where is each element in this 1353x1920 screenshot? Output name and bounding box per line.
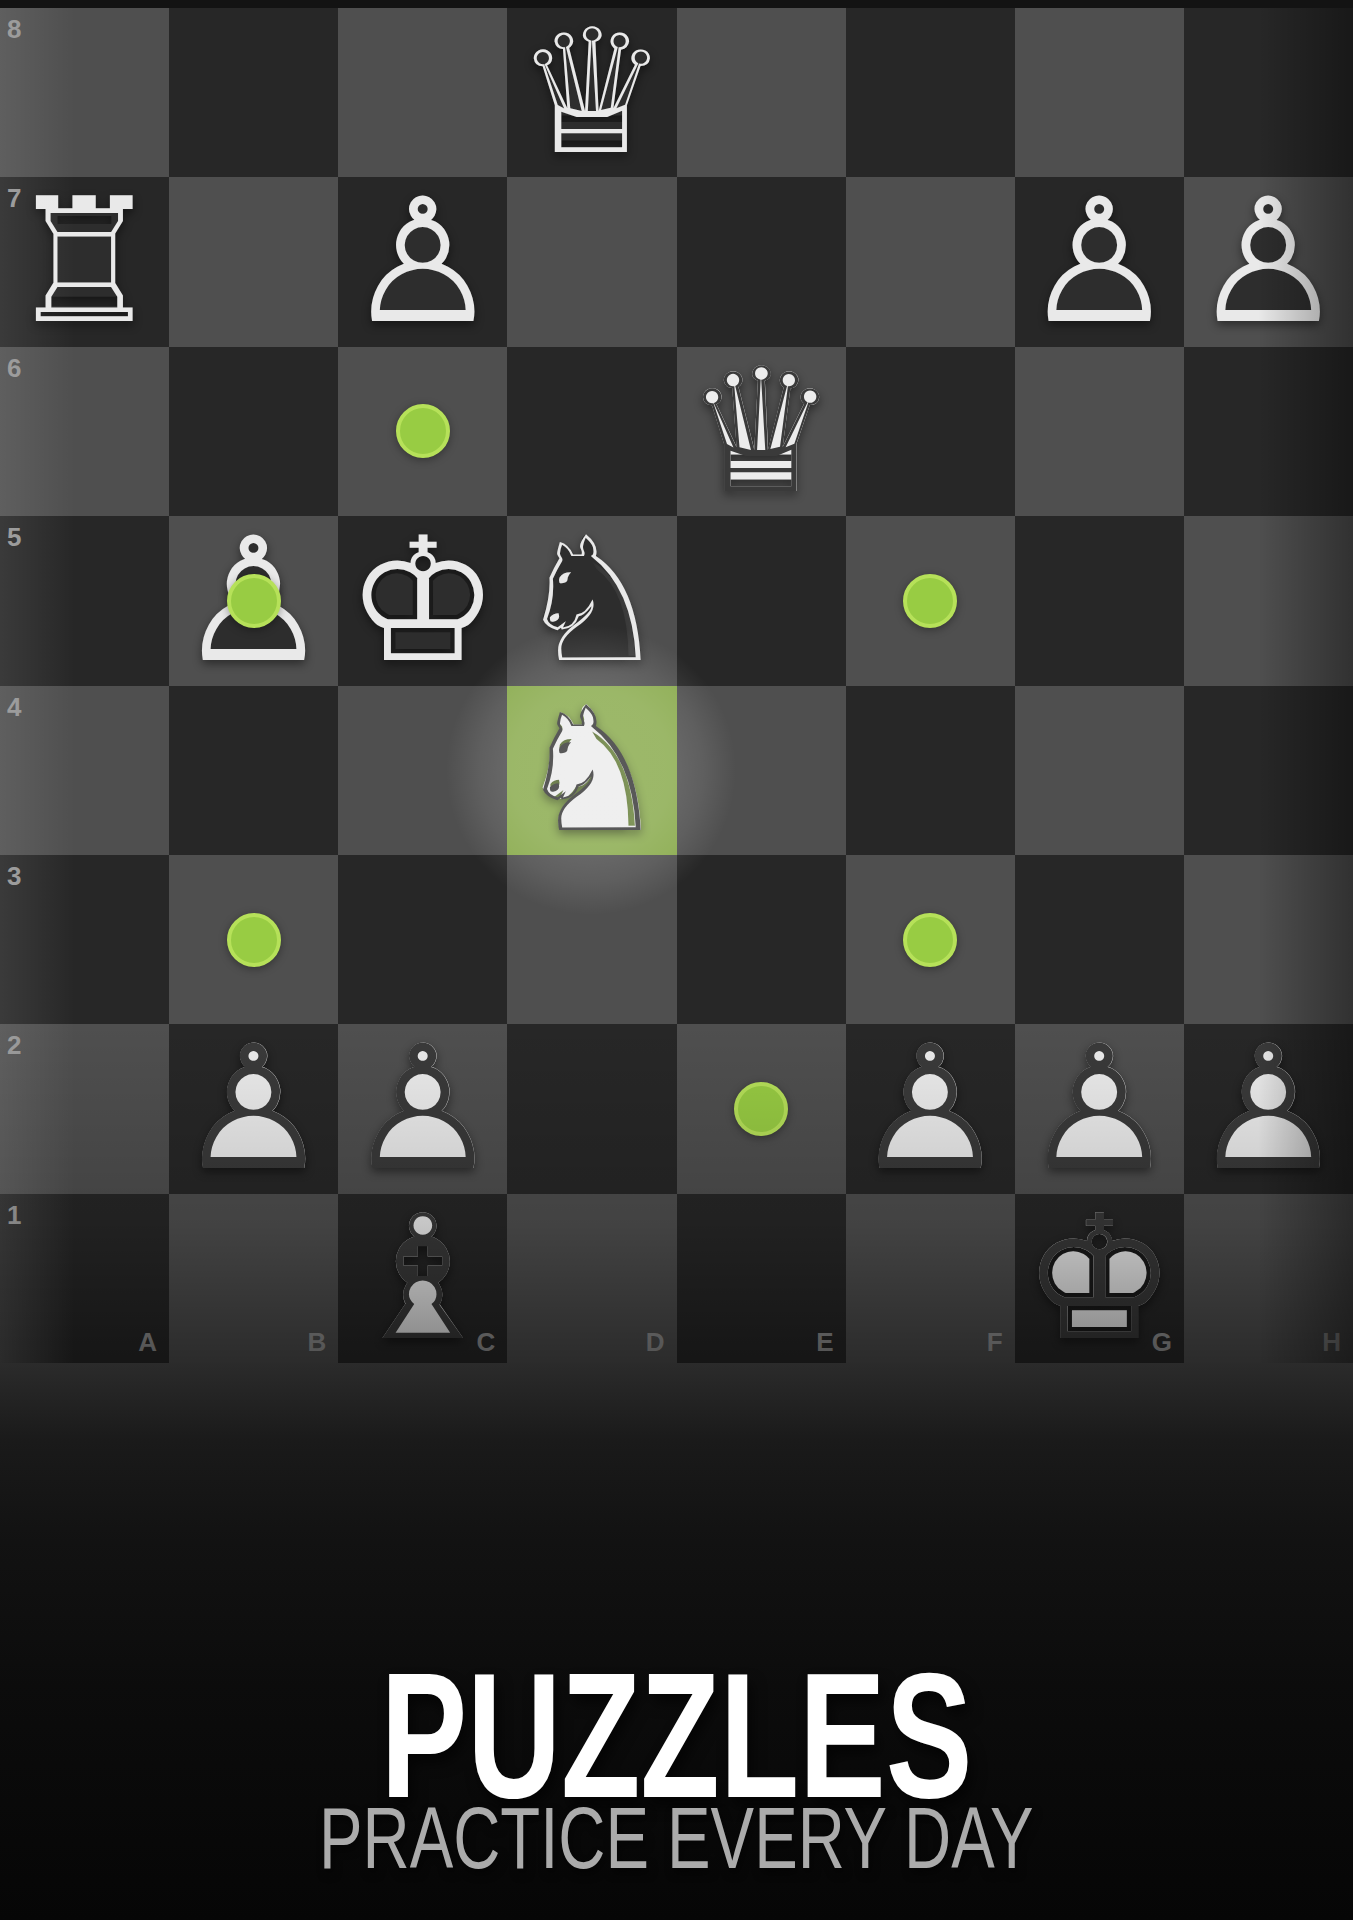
square-a8[interactable]: 8 bbox=[0, 8, 169, 177]
square-b5[interactable]: ♟♙ bbox=[169, 516, 338, 685]
square-h4[interactable] bbox=[1184, 686, 1353, 855]
square-g1[interactable]: ♚♔G bbox=[1015, 1194, 1184, 1363]
legal-move-dot-f3[interactable] bbox=[903, 913, 957, 967]
square-c4[interactable] bbox=[338, 686, 507, 855]
square-g6[interactable] bbox=[1015, 347, 1184, 516]
piece-black-pawn[interactable]: ♟♙ bbox=[338, 177, 507, 346]
square-f4[interactable] bbox=[846, 686, 1015, 855]
square-h5[interactable] bbox=[1184, 516, 1353, 685]
piece-white-pawn[interactable]: ♟♙ bbox=[338, 1024, 507, 1193]
piece-outline: ♙ bbox=[1015, 177, 1184, 346]
piece-white-pawn[interactable]: ♟♙ bbox=[1015, 1024, 1184, 1193]
rank-label-5: 5 bbox=[7, 522, 21, 553]
square-d5[interactable]: ♞♘ bbox=[507, 516, 676, 685]
piece-black-queen[interactable]: ♛♕ bbox=[507, 8, 676, 177]
square-f5[interactable] bbox=[846, 516, 1015, 685]
legal-move-dot-f5[interactable] bbox=[903, 574, 957, 628]
piece-white-knight[interactable]: ♞♘ bbox=[507, 686, 676, 855]
legal-move-dot-c6[interactable] bbox=[396, 404, 450, 458]
square-b7[interactable] bbox=[169, 177, 338, 346]
puzzles-promo-screen: { "game": "chess", "position": { "fen": … bbox=[0, 0, 1353, 1920]
square-d3[interactable] bbox=[507, 855, 676, 1024]
square-b1[interactable]: B bbox=[169, 1194, 338, 1363]
file-label-a: A bbox=[138, 1327, 157, 1358]
square-g5[interactable] bbox=[1015, 516, 1184, 685]
rank-label-3: 3 bbox=[7, 861, 21, 892]
banner-subtitle-text: PRACTICE EVERY DAY bbox=[319, 1794, 1033, 1881]
file-label-b: B bbox=[307, 1327, 326, 1358]
square-d4[interactable]: ♞♘ bbox=[507, 686, 676, 855]
square-e5[interactable] bbox=[677, 516, 846, 685]
file-label-e: E bbox=[816, 1327, 833, 1358]
piece-outline: ♔ bbox=[1015, 1194, 1184, 1363]
square-c6[interactable] bbox=[338, 347, 507, 516]
square-d6[interactable] bbox=[507, 347, 676, 516]
square-c2[interactable]: ♟♙ bbox=[338, 1024, 507, 1193]
piece-outline: ♙ bbox=[846, 1024, 1015, 1193]
square-d1[interactable]: D bbox=[507, 1194, 676, 1363]
square-e6[interactable]: ♛♕ bbox=[677, 347, 846, 516]
rank-label-1: 1 bbox=[7, 1200, 21, 1231]
square-b8[interactable] bbox=[169, 8, 338, 177]
legal-move-dot-b5[interactable] bbox=[227, 574, 281, 628]
square-f2[interactable]: ♟♙ bbox=[846, 1024, 1015, 1193]
piece-outline: ♗ bbox=[338, 1194, 507, 1363]
square-a7[interactable]: ♜♖7 bbox=[0, 177, 169, 346]
piece-white-bishop[interactable]: ♝♗ bbox=[338, 1194, 507, 1363]
file-label-h: H bbox=[1322, 1327, 1341, 1358]
piece-outline: ♔ bbox=[338, 516, 507, 685]
piece-outline: ♕ bbox=[677, 347, 846, 516]
square-b4[interactable] bbox=[169, 686, 338, 855]
square-b3[interactable] bbox=[169, 855, 338, 1024]
rank-label-4: 4 bbox=[7, 692, 21, 723]
square-a4[interactable]: 4 bbox=[0, 686, 169, 855]
square-h7[interactable]: ♟♙ bbox=[1184, 177, 1353, 346]
square-b6[interactable] bbox=[169, 347, 338, 516]
square-g7[interactable]: ♟♙ bbox=[1015, 177, 1184, 346]
piece-black-pawn[interactable]: ♟♙ bbox=[1184, 177, 1353, 346]
square-h1[interactable]: H bbox=[1184, 1194, 1353, 1363]
square-e2[interactable] bbox=[677, 1024, 846, 1193]
piece-black-pawn[interactable]: ♟♙ bbox=[1015, 177, 1184, 346]
square-f1[interactable]: F bbox=[846, 1194, 1015, 1363]
square-f6[interactable] bbox=[846, 347, 1015, 516]
square-f7[interactable] bbox=[846, 177, 1015, 346]
piece-outline: ♙ bbox=[1184, 177, 1353, 346]
square-c7[interactable]: ♟♙ bbox=[338, 177, 507, 346]
piece-white-queen[interactable]: ♛♕ bbox=[677, 347, 846, 516]
square-e3[interactable] bbox=[677, 855, 846, 1024]
square-h3[interactable] bbox=[1184, 855, 1353, 1024]
piece-white-king[interactable]: ♚♔ bbox=[1015, 1194, 1184, 1363]
piece-outline: ♙ bbox=[1015, 1024, 1184, 1193]
piece-outline: ♘ bbox=[507, 516, 676, 685]
piece-white-pawn[interactable]: ♟♙ bbox=[1184, 1024, 1353, 1193]
piece-outline: ♙ bbox=[1184, 1024, 1353, 1193]
square-d8[interactable]: ♛♕ bbox=[507, 8, 676, 177]
piece-outline: ♖ bbox=[0, 177, 169, 346]
square-f3[interactable] bbox=[846, 855, 1015, 1024]
piece-outline: ♕ bbox=[507, 8, 676, 177]
square-g3[interactable] bbox=[1015, 855, 1184, 1024]
square-g4[interactable] bbox=[1015, 686, 1184, 855]
file-label-f: F bbox=[987, 1327, 1003, 1358]
square-g2[interactable]: ♟♙ bbox=[1015, 1024, 1184, 1193]
square-e1[interactable]: E bbox=[677, 1194, 846, 1363]
square-h8[interactable] bbox=[1184, 8, 1353, 177]
rank-label-2: 2 bbox=[7, 1030, 21, 1061]
piece-outline: ♘ bbox=[507, 686, 676, 855]
square-e7[interactable] bbox=[677, 177, 846, 346]
banner-subtitle: PRACTICE EVERY DAY bbox=[0, 1794, 1353, 1881]
square-c3[interactable] bbox=[338, 855, 507, 1024]
square-a6[interactable]: 6 bbox=[0, 347, 169, 516]
piece-black-rook[interactable]: ♜♖ bbox=[0, 177, 169, 346]
piece-outline: ♙ bbox=[338, 1024, 507, 1193]
legal-move-dot-e2[interactable] bbox=[734, 1082, 788, 1136]
square-b2[interactable]: ♟♙ bbox=[169, 1024, 338, 1193]
file-label-d: D bbox=[646, 1327, 665, 1358]
piece-outline: ♙ bbox=[338, 177, 507, 346]
chess-board[interactable]: 8♛♕♜♖7♟♙♟♙♟♙6♛♕5♟♙♚♔♞♘4♞♘32♟♙♟♙♟♙♟♙♟♙1AB… bbox=[0, 8, 1353, 1363]
rank-label-8: 8 bbox=[7, 14, 21, 45]
piece-outline: ♙ bbox=[169, 1024, 338, 1193]
square-f8[interactable] bbox=[846, 8, 1015, 177]
piece-black-knight[interactable]: ♞♘ bbox=[507, 516, 676, 685]
square-a3[interactable]: 3 bbox=[0, 855, 169, 1024]
square-h6[interactable] bbox=[1184, 347, 1353, 516]
square-c1[interactable]: ♝♗C bbox=[338, 1194, 507, 1363]
square-a2[interactable]: 2 bbox=[0, 1024, 169, 1193]
square-a1[interactable]: 1A bbox=[0, 1194, 169, 1363]
piece-white-pawn[interactable]: ♟♙ bbox=[169, 1024, 338, 1193]
top-strip bbox=[0, 0, 1353, 8]
square-d2[interactable] bbox=[507, 1024, 676, 1193]
square-g8[interactable] bbox=[1015, 8, 1184, 177]
square-h2[interactable]: ♟♙ bbox=[1184, 1024, 1353, 1193]
legal-move-dot-b3[interactable] bbox=[227, 913, 281, 967]
square-d7[interactable] bbox=[507, 177, 676, 346]
piece-black-king[interactable]: ♚♔ bbox=[338, 516, 507, 685]
square-c8[interactable] bbox=[338, 8, 507, 177]
square-e8[interactable] bbox=[677, 8, 846, 177]
square-a5[interactable]: 5 bbox=[0, 516, 169, 685]
piece-white-pawn[interactable]: ♟♙ bbox=[846, 1024, 1015, 1193]
square-e4[interactable] bbox=[677, 686, 846, 855]
square-c5[interactable]: ♚♔ bbox=[338, 516, 507, 685]
